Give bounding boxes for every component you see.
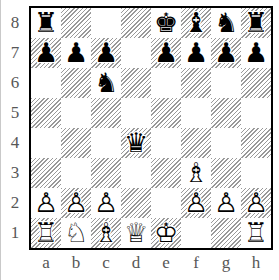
square-c7[interactable]: ♟ (91, 38, 121, 68)
square-h6[interactable] (241, 68, 271, 98)
file-label-d: d (121, 250, 151, 276)
square-e4[interactable] (151, 128, 181, 158)
black-king-e8: ♚ (154, 8, 178, 38)
white-rook-a1: ♖ (34, 218, 58, 248)
square-h3[interactable] (241, 158, 271, 188)
rank-label-3: 3 (4, 158, 26, 188)
rank-label-8: 8 (4, 8, 26, 38)
square-d5[interactable] (121, 98, 151, 128)
square-f4[interactable] (181, 128, 211, 158)
black-pawn-c7: ♟ (94, 38, 118, 68)
square-c1[interactable]: ♝♗ (91, 218, 121, 248)
square-g8[interactable]: ♞ (211, 8, 241, 38)
file-label-b: b (61, 250, 91, 276)
white-rook-h1: ♖ (244, 218, 268, 248)
square-h5[interactable] (241, 98, 271, 128)
file-label-e: e (151, 250, 181, 276)
square-e2[interactable] (151, 188, 181, 218)
square-a6[interactable] (31, 68, 61, 98)
square-g1[interactable] (211, 218, 241, 248)
square-d8[interactable] (121, 8, 151, 38)
black-rook-a8: ♜ (34, 8, 58, 38)
black-bishop-f8: ♝ (184, 8, 208, 38)
black-pawn-g7: ♟ (214, 38, 238, 68)
rank-label-5: 5 (4, 98, 26, 128)
square-d4[interactable]: ♛ (121, 128, 151, 158)
white-pawn-f2: ♙ (184, 188, 208, 218)
black-queen-d4: ♛ (124, 128, 148, 158)
square-c4[interactable] (91, 128, 121, 158)
square-b4[interactable] (61, 128, 91, 158)
rank-label-4: 4 (4, 128, 26, 158)
square-a7[interactable]: ♟ (31, 38, 61, 68)
square-h4[interactable] (241, 128, 271, 158)
square-g2[interactable]: ♟♙ (211, 188, 241, 218)
square-d3[interactable] (121, 158, 151, 188)
rank-label-2: 2 (4, 188, 26, 218)
square-c5[interactable] (91, 98, 121, 128)
square-c6[interactable]: ♞ (91, 68, 121, 98)
square-f1[interactable] (181, 218, 211, 248)
black-pawn-h7: ♟ (244, 38, 268, 68)
square-h7[interactable]: ♟ (241, 38, 271, 68)
square-e7[interactable]: ♟ (151, 38, 181, 68)
square-b6[interactable] (61, 68, 91, 98)
black-knight-g8: ♞ (214, 8, 238, 38)
white-knight-b1: ♘ (64, 218, 88, 248)
square-g3[interactable] (211, 158, 241, 188)
chess-diagram-page: ♜♚♝♞♜♟♟♟♟♟♟♟♞♛♝♗♟♙♟♙♟♙♟♙♟♙♟♙♜♖♞♘♝♗♛♕♚♔♜♖… (0, 0, 279, 280)
square-d6[interactable] (121, 68, 151, 98)
square-g5[interactable] (211, 98, 241, 128)
square-a5[interactable] (31, 98, 61, 128)
square-a8[interactable]: ♜ (31, 8, 61, 38)
square-f7[interactable]: ♟ (181, 38, 211, 68)
square-e8[interactable]: ♚ (151, 8, 181, 38)
file-label-g: g (211, 250, 241, 276)
square-a2[interactable]: ♟♙ (31, 188, 61, 218)
square-f3[interactable]: ♝♗ (181, 158, 211, 188)
square-c8[interactable] (91, 8, 121, 38)
rank-label-1: 1 (4, 218, 26, 248)
square-h2[interactable]: ♟♙ (241, 188, 271, 218)
square-b7[interactable]: ♟ (61, 38, 91, 68)
square-a1[interactable]: ♜♖ (31, 218, 61, 248)
square-h1[interactable]: ♜♖ (241, 218, 271, 248)
square-d2[interactable] (121, 188, 151, 218)
square-g4[interactable] (211, 128, 241, 158)
square-b1[interactable]: ♞♘ (61, 218, 91, 248)
square-b2[interactable]: ♟♙ (61, 188, 91, 218)
square-d1[interactable]: ♛♕ (121, 218, 151, 248)
square-f2[interactable]: ♟♙ (181, 188, 211, 218)
square-g7[interactable]: ♟ (211, 38, 241, 68)
rank-label-7: 7 (4, 38, 26, 68)
file-label-c: c (91, 250, 121, 276)
file-label-h: h (241, 250, 271, 276)
square-f6[interactable] (181, 68, 211, 98)
square-f5[interactable] (181, 98, 211, 128)
square-g6[interactable] (211, 68, 241, 98)
black-pawn-f7: ♟ (184, 38, 208, 68)
black-pawn-b7: ♟ (64, 38, 88, 68)
file-label-a: a (31, 250, 61, 276)
black-knight-c6: ♞ (94, 68, 118, 98)
square-a3[interactable] (31, 158, 61, 188)
square-e6[interactable] (151, 68, 181, 98)
white-bishop-c1: ♗ (94, 218, 118, 248)
square-f8[interactable]: ♝ (181, 8, 211, 38)
square-c3[interactable] (91, 158, 121, 188)
black-pawn-a7: ♟ (34, 38, 58, 68)
white-king-e1: ♔ (154, 218, 178, 248)
square-h8[interactable]: ♜ (241, 8, 271, 38)
square-b3[interactable] (61, 158, 91, 188)
square-e5[interactable] (151, 98, 181, 128)
white-bishop-f3: ♗ (184, 158, 208, 188)
square-d7[interactable] (121, 38, 151, 68)
chess-board: ♜♚♝♞♜♟♟♟♟♟♟♟♞♛♝♗♟♙♟♙♟♙♟♙♟♙♟♙♜♖♞♘♝♗♛♕♚♔♜♖ (29, 6, 273, 250)
square-b5[interactable] (61, 98, 91, 128)
white-pawn-c2: ♙ (94, 188, 118, 218)
square-a4[interactable] (31, 128, 61, 158)
white-pawn-h2: ♙ (244, 188, 268, 218)
file-label-f: f (181, 250, 211, 276)
white-queen-d1: ♕ (124, 218, 148, 248)
rank-label-6: 6 (4, 68, 26, 98)
black-rook-h8: ♜ (244, 8, 268, 38)
white-pawn-b2: ♙ (64, 188, 88, 218)
white-pawn-a2: ♙ (34, 188, 58, 218)
white-pawn-g2: ♙ (214, 188, 238, 218)
black-pawn-e7: ♟ (154, 38, 178, 68)
square-e3[interactable] (151, 158, 181, 188)
square-b8[interactable] (61, 8, 91, 38)
square-e1[interactable]: ♚♔ (151, 218, 181, 248)
square-c2[interactable]: ♟♙ (91, 188, 121, 218)
